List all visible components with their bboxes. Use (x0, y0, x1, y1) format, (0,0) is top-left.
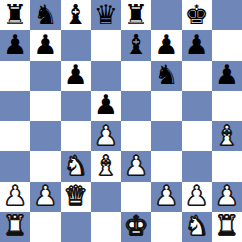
square-c6[interactable]: ♟ (61, 61, 91, 91)
square-b7[interactable]: ♟ (30, 30, 60, 60)
square-a2[interactable]: ♟ (0, 182, 30, 212)
square-b8[interactable]: ♞ (30, 0, 60, 30)
square-b4[interactable] (30, 121, 60, 151)
square-g4[interactable] (182, 121, 212, 151)
square-b3[interactable] (30, 151, 60, 181)
black-king-g8: ♚ (185, 1, 209, 28)
square-e3[interactable]: ♟ (121, 151, 151, 181)
square-g6[interactable] (182, 61, 212, 91)
square-a3[interactable] (0, 151, 30, 181)
square-e2[interactable] (121, 182, 151, 212)
black-bishop-e7: ♝ (124, 31, 148, 58)
square-e4[interactable] (121, 121, 151, 151)
white-pawn-a2: ♟ (3, 182, 27, 209)
square-b6[interactable] (30, 61, 60, 91)
square-b5[interactable] (30, 91, 60, 121)
white-pawn-g2: ♟ (185, 182, 209, 209)
square-e5[interactable] (121, 91, 151, 121)
black-pawn-c6: ♟ (64, 61, 88, 88)
square-c3[interactable]: ♞ (61, 151, 91, 181)
square-f7[interactable]: ♟ (151, 30, 181, 60)
square-e1[interactable]: ♚ (121, 212, 151, 242)
square-h4[interactable]: ♝ (212, 121, 242, 151)
square-c1[interactable] (61, 212, 91, 242)
square-a1[interactable]: ♜ (0, 212, 30, 242)
square-h6[interactable]: ♟ (212, 61, 242, 91)
square-h2[interactable]: ♟ (212, 182, 242, 212)
square-c7[interactable] (61, 30, 91, 60)
square-e7[interactable]: ♝ (121, 30, 151, 60)
white-pawn-b2: ♟ (33, 182, 57, 209)
square-d7[interactable] (91, 30, 121, 60)
square-f8[interactable] (151, 0, 181, 30)
white-pawn-f2: ♟ (154, 182, 178, 209)
square-a6[interactable] (0, 61, 30, 91)
white-pawn-h2: ♟ (215, 182, 239, 209)
square-g2[interactable]: ♟ (182, 182, 212, 212)
square-f4[interactable] (151, 121, 181, 151)
square-e8[interactable]: ♜ (121, 0, 151, 30)
black-rook-e8: ♜ (124, 1, 148, 28)
black-pawn-d5: ♟ (94, 91, 118, 118)
black-knight-b8: ♞ (33, 1, 57, 28)
square-h8[interactable] (212, 0, 242, 30)
square-f2[interactable]: ♟ (151, 182, 181, 212)
black-pawn-h6: ♟ (215, 61, 239, 88)
white-pawn-e3: ♟ (124, 152, 148, 179)
white-king-e1: ♚ (124, 212, 148, 239)
black-queen-d8: ♛ (94, 1, 118, 28)
square-f5[interactable] (151, 91, 181, 121)
square-d5[interactable]: ♟ (91, 91, 121, 121)
square-a4[interactable] (0, 121, 30, 151)
square-d1[interactable] (91, 212, 121, 242)
square-f3[interactable] (151, 151, 181, 181)
white-knight-g1: ♞ (185, 212, 209, 239)
square-d4[interactable]: ♟ (91, 121, 121, 151)
square-d6[interactable] (91, 61, 121, 91)
square-g7[interactable]: ♟ (182, 30, 212, 60)
white-queen-c2: ♛ (64, 182, 88, 209)
black-knight-f6: ♞ (154, 61, 178, 88)
white-bishop-h4: ♝ (215, 122, 239, 149)
square-h7[interactable] (212, 30, 242, 60)
square-e6[interactable] (121, 61, 151, 91)
chess-board-container: ♜♞♝♛♜♚♟♟♝♟♟♟♞♟♟♟♝♞♝♟♟♟♛♟♟♟♜♚♞♜ (0, 0, 242, 242)
black-bishop-c8: ♝ (64, 1, 88, 28)
white-rook-a1: ♜ (3, 212, 27, 239)
square-c2[interactable]: ♛ (61, 182, 91, 212)
square-b1[interactable] (30, 212, 60, 242)
square-f1[interactable] (151, 212, 181, 242)
chess-board: ♜♞♝♛♜♚♟♟♝♟♟♟♞♟♟♟♝♞♝♟♟♟♛♟♟♟♜♚♞♜ (0, 0, 242, 242)
black-pawn-b7: ♟ (33, 31, 57, 58)
black-pawn-a7: ♟ (3, 31, 27, 58)
white-bishop-d3: ♝ (94, 152, 118, 179)
square-h5[interactable] (212, 91, 242, 121)
square-c4[interactable] (61, 121, 91, 151)
square-a8[interactable]: ♜ (0, 0, 30, 30)
black-pawn-f7: ♟ (154, 31, 178, 58)
square-a5[interactable] (0, 91, 30, 121)
square-g5[interactable] (182, 91, 212, 121)
square-g3[interactable] (182, 151, 212, 181)
square-d3[interactable]: ♝ (91, 151, 121, 181)
white-pawn-d4: ♟ (94, 122, 118, 149)
square-d2[interactable] (91, 182, 121, 212)
square-d8[interactable]: ♛ (91, 0, 121, 30)
square-g1[interactable]: ♞ (182, 212, 212, 242)
black-rook-a8: ♜ (3, 1, 27, 28)
square-b2[interactable]: ♟ (30, 182, 60, 212)
square-f6[interactable]: ♞ (151, 61, 181, 91)
square-c5[interactable] (61, 91, 91, 121)
black-pawn-g7: ♟ (185, 31, 209, 58)
white-rook-h1: ♜ (215, 212, 239, 239)
square-h3[interactable] (212, 151, 242, 181)
square-a7[interactable]: ♟ (0, 30, 30, 60)
square-h1[interactable]: ♜ (212, 212, 242, 242)
square-c8[interactable]: ♝ (61, 0, 91, 30)
white-knight-c3: ♞ (64, 152, 88, 179)
square-g8[interactable]: ♚ (182, 0, 212, 30)
